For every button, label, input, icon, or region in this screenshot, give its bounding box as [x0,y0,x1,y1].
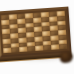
product-photo-background [0,0,74,74]
box-latch-hinge [59,50,73,63]
chess-board-box [0,7,72,58]
chess-board-grid [1,11,67,53]
board-frame [0,7,72,58]
square-h1 [59,44,67,49]
